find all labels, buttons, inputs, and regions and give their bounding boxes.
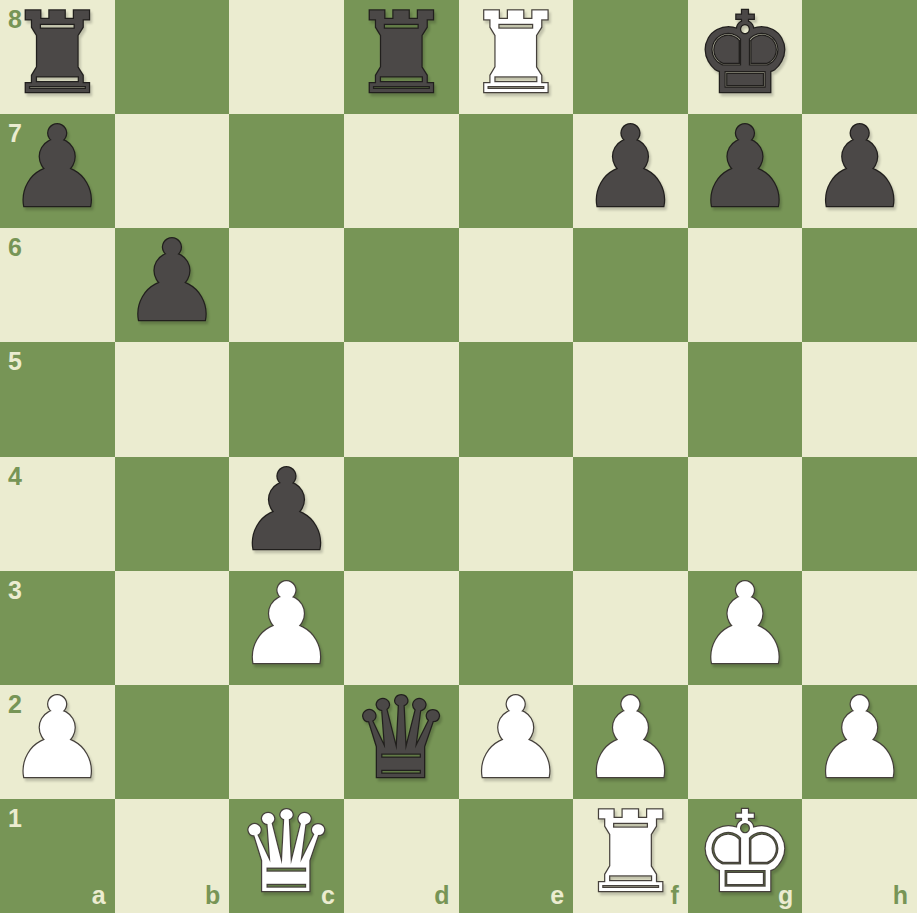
square-b1[interactable]: b [115,799,230,913]
white-queen[interactable]: ♛ [236,796,336,908]
square-f7[interactable]: ♟ [573,114,688,228]
white-pawn[interactable]: ♟ [466,682,566,794]
square-g3[interactable]: ♟ [688,571,803,685]
square-g8[interactable]: ♚ [688,0,803,114]
square-c1[interactable]: c♛ [229,799,344,913]
rank-label-6: 6 [8,235,22,260]
chess-board: 8♜♜♜♚7♟♟♟♟6♟54♟3♟♟2♟♛♟♟♟1abc♛def♜g♚h [0,0,917,913]
square-h5[interactable] [802,342,917,456]
file-label-e: e [550,883,564,908]
square-h2[interactable]: ♟ [802,685,917,799]
square-a2[interactable]: 2♟ [0,685,115,799]
square-d3[interactable] [344,571,459,685]
rank-label-3: 3 [8,578,22,603]
white-pawn[interactable]: ♟ [236,568,336,680]
rank-label-1: 1 [8,806,22,831]
square-b5[interactable] [115,342,230,456]
white-pawn[interactable]: ♟ [580,682,680,794]
square-h3[interactable] [802,571,917,685]
square-c4[interactable]: ♟ [229,457,344,571]
square-f6[interactable] [573,228,688,342]
square-a7[interactable]: 7♟ [0,114,115,228]
square-c2[interactable] [229,685,344,799]
square-e3[interactable] [459,571,574,685]
rank-label-4: 4 [8,464,22,489]
square-f1[interactable]: f♜ [573,799,688,913]
square-f8[interactable] [573,0,688,114]
white-rook[interactable]: ♜ [580,796,680,908]
square-b8[interactable] [115,0,230,114]
square-d7[interactable] [344,114,459,228]
square-g5[interactable] [688,342,803,456]
square-h6[interactable] [802,228,917,342]
square-d8[interactable]: ♜ [344,0,459,114]
square-c6[interactable] [229,228,344,342]
square-d5[interactable] [344,342,459,456]
black-pawn[interactable]: ♟ [122,225,222,337]
black-pawn[interactable]: ♟ [7,111,107,223]
black-pawn[interactable]: ♟ [580,111,680,223]
square-d2[interactable]: ♛ [344,685,459,799]
square-g7[interactable]: ♟ [688,114,803,228]
square-h8[interactable] [802,0,917,114]
square-f2[interactable]: ♟ [573,685,688,799]
white-pawn[interactable]: ♟ [7,682,107,794]
square-h4[interactable] [802,457,917,571]
square-d6[interactable] [344,228,459,342]
square-f3[interactable] [573,571,688,685]
square-c5[interactable] [229,342,344,456]
black-queen[interactable]: ♛ [351,682,451,794]
square-h7[interactable]: ♟ [802,114,917,228]
black-rook[interactable]: ♜ [351,0,451,109]
square-e1[interactable]: e [459,799,574,913]
square-g6[interactable] [688,228,803,342]
square-h1[interactable]: h [802,799,917,913]
black-king[interactable]: ♚ [695,0,795,109]
rank-label-5: 5 [8,349,22,374]
square-e6[interactable] [459,228,574,342]
black-rook[interactable]: ♜ [7,0,107,109]
square-c3[interactable]: ♟ [229,571,344,685]
square-e4[interactable] [459,457,574,571]
white-rook[interactable]: ♜ [466,0,566,109]
square-g2[interactable] [688,685,803,799]
square-g1[interactable]: g♚ [688,799,803,913]
square-a8[interactable]: 8♜ [0,0,115,114]
black-pawn[interactable]: ♟ [236,454,336,566]
square-b4[interactable] [115,457,230,571]
white-pawn[interactable]: ♟ [695,568,795,680]
square-d1[interactable]: d [344,799,459,913]
square-f4[interactable] [573,457,688,571]
square-a3[interactable]: 3 [0,571,115,685]
white-pawn[interactable]: ♟ [809,682,909,794]
file-label-d: d [434,883,449,908]
square-a1[interactable]: 1a [0,799,115,913]
square-e5[interactable] [459,342,574,456]
square-e2[interactable]: ♟ [459,685,574,799]
square-b3[interactable] [115,571,230,685]
black-pawn[interactable]: ♟ [809,111,909,223]
square-a6[interactable]: 6 [0,228,115,342]
square-b6[interactable]: ♟ [115,228,230,342]
square-c7[interactable] [229,114,344,228]
white-king[interactable]: ♚ [695,796,795,908]
square-a4[interactable]: 4 [0,457,115,571]
square-d4[interactable] [344,457,459,571]
square-c8[interactable] [229,0,344,114]
square-b2[interactable] [115,685,230,799]
square-e7[interactable] [459,114,574,228]
square-g4[interactable] [688,457,803,571]
square-b7[interactable] [115,114,230,228]
file-label-b: b [205,883,220,908]
file-label-h: h [893,883,908,908]
square-e8[interactable]: ♜ [459,0,574,114]
black-pawn[interactable]: ♟ [695,111,795,223]
file-label-a: a [92,883,106,908]
square-f5[interactable] [573,342,688,456]
square-a5[interactable]: 5 [0,342,115,456]
